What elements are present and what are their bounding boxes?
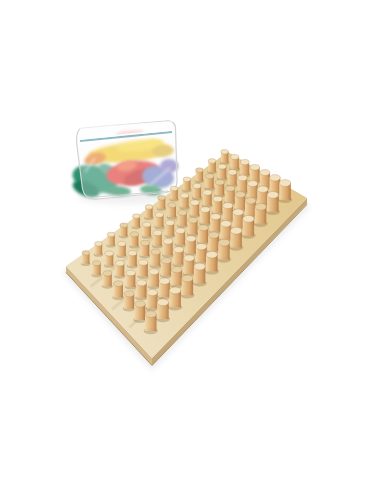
peg (112, 281, 124, 300)
peg (132, 214, 141, 229)
peg (92, 261, 102, 278)
peg (174, 228, 186, 248)
peg (133, 301, 146, 323)
peg (179, 193, 189, 210)
peg (169, 186, 178, 201)
peg (202, 190, 213, 208)
peg (205, 174, 215, 191)
peg (164, 220, 175, 238)
peg (180, 275, 194, 298)
peg (144, 205, 153, 220)
peg (146, 289, 159, 311)
peg (185, 236, 198, 257)
peg (217, 164, 227, 181)
peg (212, 196, 224, 216)
peg (119, 223, 128, 238)
peg (137, 260, 149, 279)
peg (123, 291, 136, 312)
peg (142, 222, 152, 239)
peg (217, 239, 231, 262)
peg (150, 249, 162, 268)
peg (102, 271, 113, 289)
peg (205, 251, 219, 274)
peg (94, 241, 103, 256)
peg (239, 159, 250, 177)
peg (214, 180, 225, 198)
peg (106, 232, 115, 247)
peg (197, 225, 210, 246)
peg (224, 186, 236, 205)
peg (189, 200, 200, 218)
peg (222, 203, 235, 224)
peg (182, 177, 191, 192)
peg (195, 168, 204, 183)
peg (162, 239, 174, 258)
peg (193, 263, 207, 286)
peg (114, 261, 125, 279)
peg (117, 241, 127, 258)
peg (209, 214, 222, 235)
scene-svg (0, 0, 381, 492)
peg (152, 230, 163, 248)
peg (172, 247, 185, 268)
peg (157, 195, 166, 210)
rubber-band-bag (69, 121, 178, 201)
peg (192, 183, 202, 200)
peg (129, 232, 139, 249)
peg (156, 299, 170, 322)
peg (81, 251, 90, 266)
peg (177, 210, 188, 228)
peg (182, 255, 195, 277)
peg (207, 159, 216, 174)
peg (139, 240, 150, 258)
peg (104, 251, 114, 268)
peg (187, 217, 199, 236)
peg (254, 203, 268, 226)
peg (125, 270, 137, 289)
peg (230, 154, 240, 171)
peg (229, 227, 243, 250)
peg (278, 180, 292, 203)
peg (241, 215, 255, 238)
peg (154, 212, 164, 229)
product-photo (0, 0, 381, 492)
peg (158, 278, 171, 300)
peg (170, 266, 183, 288)
peg (160, 258, 173, 279)
peg (127, 250, 138, 268)
peg (144, 311, 158, 334)
peg (168, 287, 182, 310)
peg (266, 192, 280, 215)
peg (167, 203, 177, 220)
peg (220, 149, 229, 164)
peg (148, 269, 161, 290)
peg (227, 170, 238, 188)
peg (199, 207, 211, 226)
peg (135, 280, 148, 301)
